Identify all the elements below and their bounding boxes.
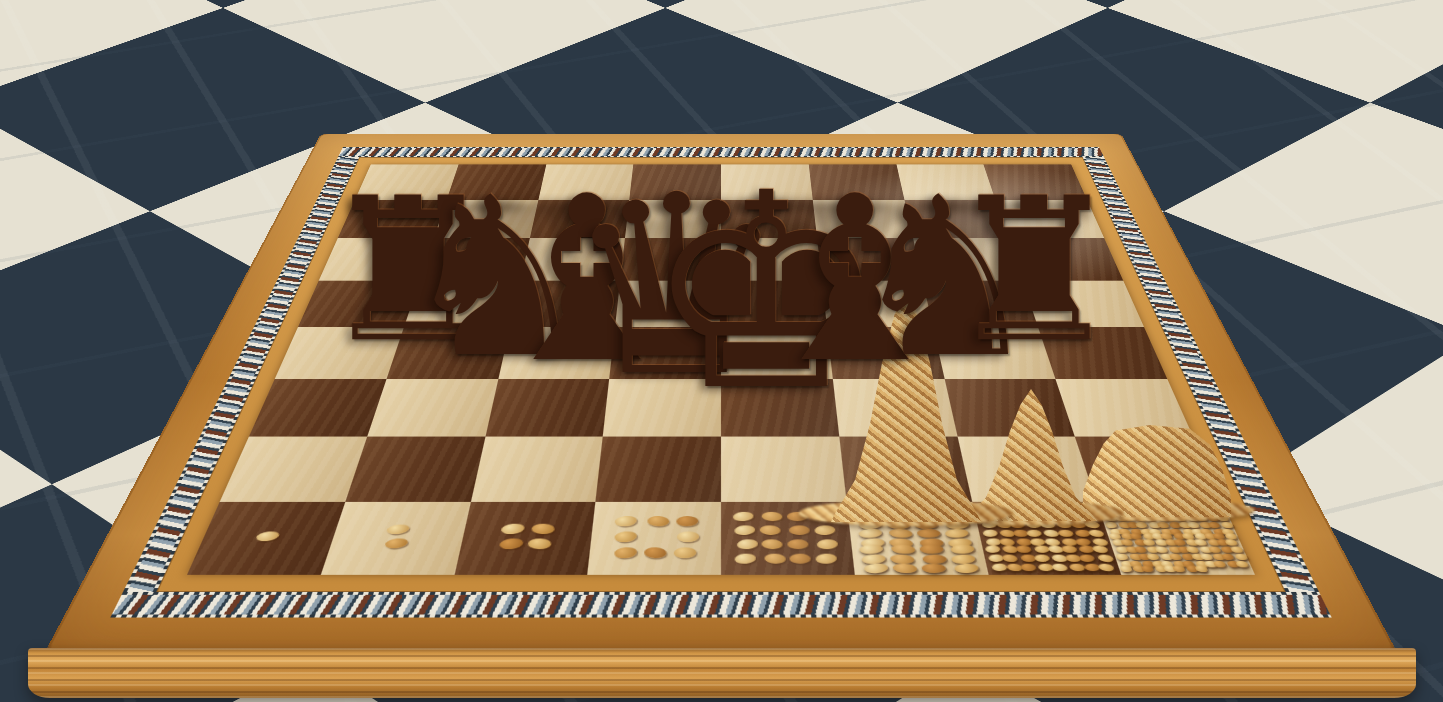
wheat-grain: [1220, 522, 1233, 528]
wheat-grain: [1083, 511, 1098, 519]
wheat-grain: [891, 544, 915, 554]
wheat-grain: [950, 544, 976, 554]
wheat-grain: [499, 537, 523, 550]
wheat-grain: [1098, 563, 1114, 572]
wheat-grain: [1036, 503, 1051, 511]
square-a5[interactable]: [298, 280, 419, 327]
wheat-grain: [674, 547, 696, 558]
wheat-grain: [1213, 561, 1227, 568]
wheat-grain: [1061, 545, 1077, 553]
square-a8[interactable]: [355, 164, 458, 199]
wheat-grain: [614, 546, 637, 559]
wheat-grain: [1016, 545, 1032, 553]
wheat-grain: [861, 553, 887, 564]
board-front-edge: [28, 648, 1416, 698]
wheat-grain: [531, 523, 556, 535]
squares-grid: [187, 164, 1255, 574]
wheat-grain: [1093, 544, 1108, 553]
square-c8[interactable]: [538, 164, 633, 199]
square-a6[interactable]: [319, 238, 434, 280]
wheat-grain: [1148, 502, 1160, 508]
square-h5[interactable]: [1023, 280, 1144, 327]
wheat-grain: [734, 524, 756, 535]
wheat-grain: [786, 511, 807, 520]
wheat-grain: [1052, 563, 1068, 572]
square-h4[interactable]: [1038, 327, 1167, 379]
wheat-grain: [1066, 512, 1082, 520]
square-a4[interactable]: [275, 327, 404, 379]
square-b6[interactable]: [419, 238, 529, 280]
wheat-grain: [1022, 512, 1038, 520]
square-g8[interactable]: [896, 164, 995, 199]
square-g5[interactable]: [922, 280, 1038, 327]
wheat-grain: [1051, 554, 1067, 563]
wheat-grain: [999, 529, 1014, 537]
wheat-grain: [911, 502, 935, 510]
wheat-grain: [1156, 546, 1168, 553]
wheat-grain: [1084, 520, 1099, 528]
wheat-grain: [1006, 563, 1022, 571]
square-f5[interactable]: [822, 280, 933, 327]
wheat-grain: [813, 524, 836, 535]
wheat-grain: [816, 538, 839, 549]
wheat-grain: [501, 523, 524, 536]
wheat-grain: [1057, 521, 1073, 528]
square-f4[interactable]: [827, 327, 944, 379]
wheat-grain: [941, 510, 966, 520]
square-e2[interactable]: [721, 437, 846, 502]
wheat-grain: [1088, 529, 1103, 537]
square-g3[interactable]: [944, 379, 1075, 437]
square-b8[interactable]: [447, 164, 546, 199]
square-c4[interactable]: [498, 327, 615, 379]
wheat-grain: [856, 510, 881, 520]
wheat-grain: [890, 554, 914, 564]
square-f6[interactable]: [817, 238, 922, 280]
wheat-grain: [1144, 515, 1156, 522]
wheat-grain: [1009, 521, 1025, 528]
wheat-grain: [762, 539, 783, 549]
wheat-grains-g1: [972, 501, 1122, 574]
wheat-grain: [1040, 520, 1055, 528]
square-f1[interactable]: [846, 501, 988, 574]
square-f7[interactable]: [812, 200, 912, 238]
wheat-grain: [858, 544, 884, 555]
square-e7[interactable]: [721, 200, 817, 238]
wheat-grain: [255, 530, 280, 542]
square-b7[interactable]: [434, 200, 538, 238]
wheat-grain: [981, 529, 998, 537]
wheat-grain: [984, 544, 1001, 553]
wheat-grain: [646, 516, 669, 527]
wheat-grain: [1187, 546, 1199, 553]
wheat-grain: [1121, 540, 1133, 547]
square-d6[interactable]: [620, 238, 721, 280]
wheat-grain: [787, 539, 809, 549]
wheat-grain: [732, 511, 754, 522]
mosaic-inlay-top: [338, 147, 1104, 157]
wheat-grain: [914, 511, 938, 519]
wheat-grain: [1079, 503, 1094, 511]
wheat-grain: [790, 553, 812, 563]
wheat-grain: [1110, 509, 1122, 515]
wheat-grain: [1105, 522, 1118, 529]
square-g4[interactable]: [933, 327, 1056, 379]
wheat-grain: [1116, 553, 1129, 560]
square-c7[interactable]: [529, 200, 629, 238]
square-d1[interactable]: [588, 501, 721, 574]
square-c3[interactable]: [485, 379, 609, 437]
wheat-grain: [889, 528, 913, 537]
wheat-grain: [857, 528, 882, 539]
wheat-grain: [917, 529, 942, 538]
square-b2[interactable]: [345, 437, 485, 502]
square-h8[interactable]: [984, 164, 1087, 199]
wheat-grain: [921, 564, 947, 573]
wheat-grain: [944, 519, 969, 529]
wheat-grain: [1026, 529, 1043, 537]
wheat-grain: [384, 537, 407, 549]
square-c6[interactable]: [520, 238, 625, 280]
wheat-grain: [760, 525, 781, 535]
wheat-grain: [991, 563, 1008, 572]
square-d4[interactable]: [609, 327, 721, 379]
square-f2[interactable]: [839, 437, 972, 502]
wheat-grain: [1044, 529, 1059, 537]
wheat-grain: [789, 525, 810, 534]
wheat-grain: [992, 512, 1007, 520]
wheat-grain: [1033, 545, 1050, 553]
wheat-grain: [1079, 554, 1096, 562]
wheat-grain: [1225, 533, 1238, 540]
square-f3[interactable]: [833, 379, 957, 437]
square-g7[interactable]: [904, 200, 1008, 238]
wheat-grain: [614, 530, 637, 542]
wheat-grain: [922, 554, 947, 563]
square-b5[interactable]: [404, 280, 520, 327]
wheat-grain: [1211, 502, 1223, 508]
square-e1[interactable]: [721, 501, 854, 574]
square-d2[interactable]: [596, 437, 721, 502]
wheat-grain: [764, 553, 786, 564]
wheat-grains-f1: [846, 501, 988, 574]
wheat-grain: [736, 538, 759, 549]
square-a7[interactable]: [338, 200, 447, 238]
wheat-grain: [1005, 503, 1021, 510]
square-g2[interactable]: [957, 437, 1097, 502]
wheat-grain: [761, 511, 782, 521]
wheat-grain: [1212, 509, 1224, 515]
wheat-grain: [1234, 553, 1247, 560]
wheat-grain: [614, 515, 637, 527]
square-g1[interactable]: [972, 501, 1122, 574]
square-c1[interactable]: [454, 501, 596, 574]
square-a3[interactable]: [249, 379, 386, 437]
wheat-grain: [644, 546, 668, 557]
wheat-grain: [1119, 502, 1131, 508]
wheat-grains-c1: [454, 501, 596, 574]
square-f8[interactable]: [809, 164, 904, 199]
square-c2[interactable]: [470, 437, 603, 502]
wheat-grain: [975, 503, 991, 511]
wheat-grain: [734, 553, 757, 565]
wheat-grain: [885, 502, 908, 511]
mosaic-inlay-bottom: [110, 592, 1331, 618]
wheat-grain: [1097, 554, 1113, 563]
wheat-grain: [853, 501, 878, 511]
square-b3[interactable]: [367, 379, 498, 437]
square-e5[interactable]: [721, 280, 827, 327]
wheat-grain: [863, 563, 889, 574]
wheat-grain: [944, 528, 970, 538]
wheat-grain: [918, 545, 943, 554]
wheat-grain: [893, 563, 918, 573]
wheat-grain: [676, 516, 698, 526]
wheat-grain: [387, 524, 410, 536]
wheat-grains-b1: [321, 501, 471, 574]
wheat-grain: [1070, 520, 1087, 528]
wheat-grain: [1057, 530, 1073, 537]
wheat-grain: [1020, 564, 1037, 572]
wheat-grain: [1225, 539, 1238, 546]
square-e6[interactable]: [721, 238, 822, 280]
square-h6[interactable]: [1008, 238, 1123, 280]
square-h7[interactable]: [995, 200, 1104, 238]
square-b4[interactable]: [386, 327, 509, 379]
wheat-grain: [996, 520, 1011, 528]
wheat-grain: [886, 519, 910, 528]
wheat-grain: [1002, 554, 1018, 562]
square-e4[interactable]: [721, 327, 833, 379]
square-g6[interactable]: [913, 238, 1023, 280]
wheat-grain: [942, 502, 967, 512]
wheat-grains-e1: [721, 501, 854, 574]
square-d8[interactable]: [630, 164, 721, 199]
scene: ♜♞♝♛♚♝♞♜ ♜♞♝♛♚♝♞♜: [0, 0, 1443, 702]
square-e8[interactable]: [721, 164, 812, 199]
square-b1[interactable]: [321, 501, 471, 574]
wheat-grain: [1019, 554, 1035, 562]
square-d5[interactable]: [615, 280, 721, 327]
wheat-grain: [1069, 564, 1086, 572]
wheat-grain: [914, 520, 939, 528]
wheat-grain: [1009, 512, 1025, 519]
wheat-grain: [884, 511, 907, 520]
wheat-grain: [953, 563, 979, 574]
wheat-grain: [1047, 545, 1062, 553]
wheat-grains-d1: [588, 501, 721, 574]
wheat-grain: [1049, 503, 1065, 510]
square-d3[interactable]: [603, 379, 721, 437]
wheat-grain: [814, 511, 836, 521]
square-c5[interactable]: [510, 280, 621, 327]
square-d7[interactable]: [625, 200, 721, 238]
wheat-grain: [1174, 515, 1186, 522]
wheat-grain: [981, 520, 997, 528]
wheat-grain: [1033, 554, 1050, 563]
wheat-grain: [526, 538, 552, 550]
square-e3[interactable]: [721, 379, 839, 437]
wheat-grain: [677, 531, 699, 541]
wheat-grain: [815, 553, 838, 564]
wheat-grain: [950, 553, 976, 563]
